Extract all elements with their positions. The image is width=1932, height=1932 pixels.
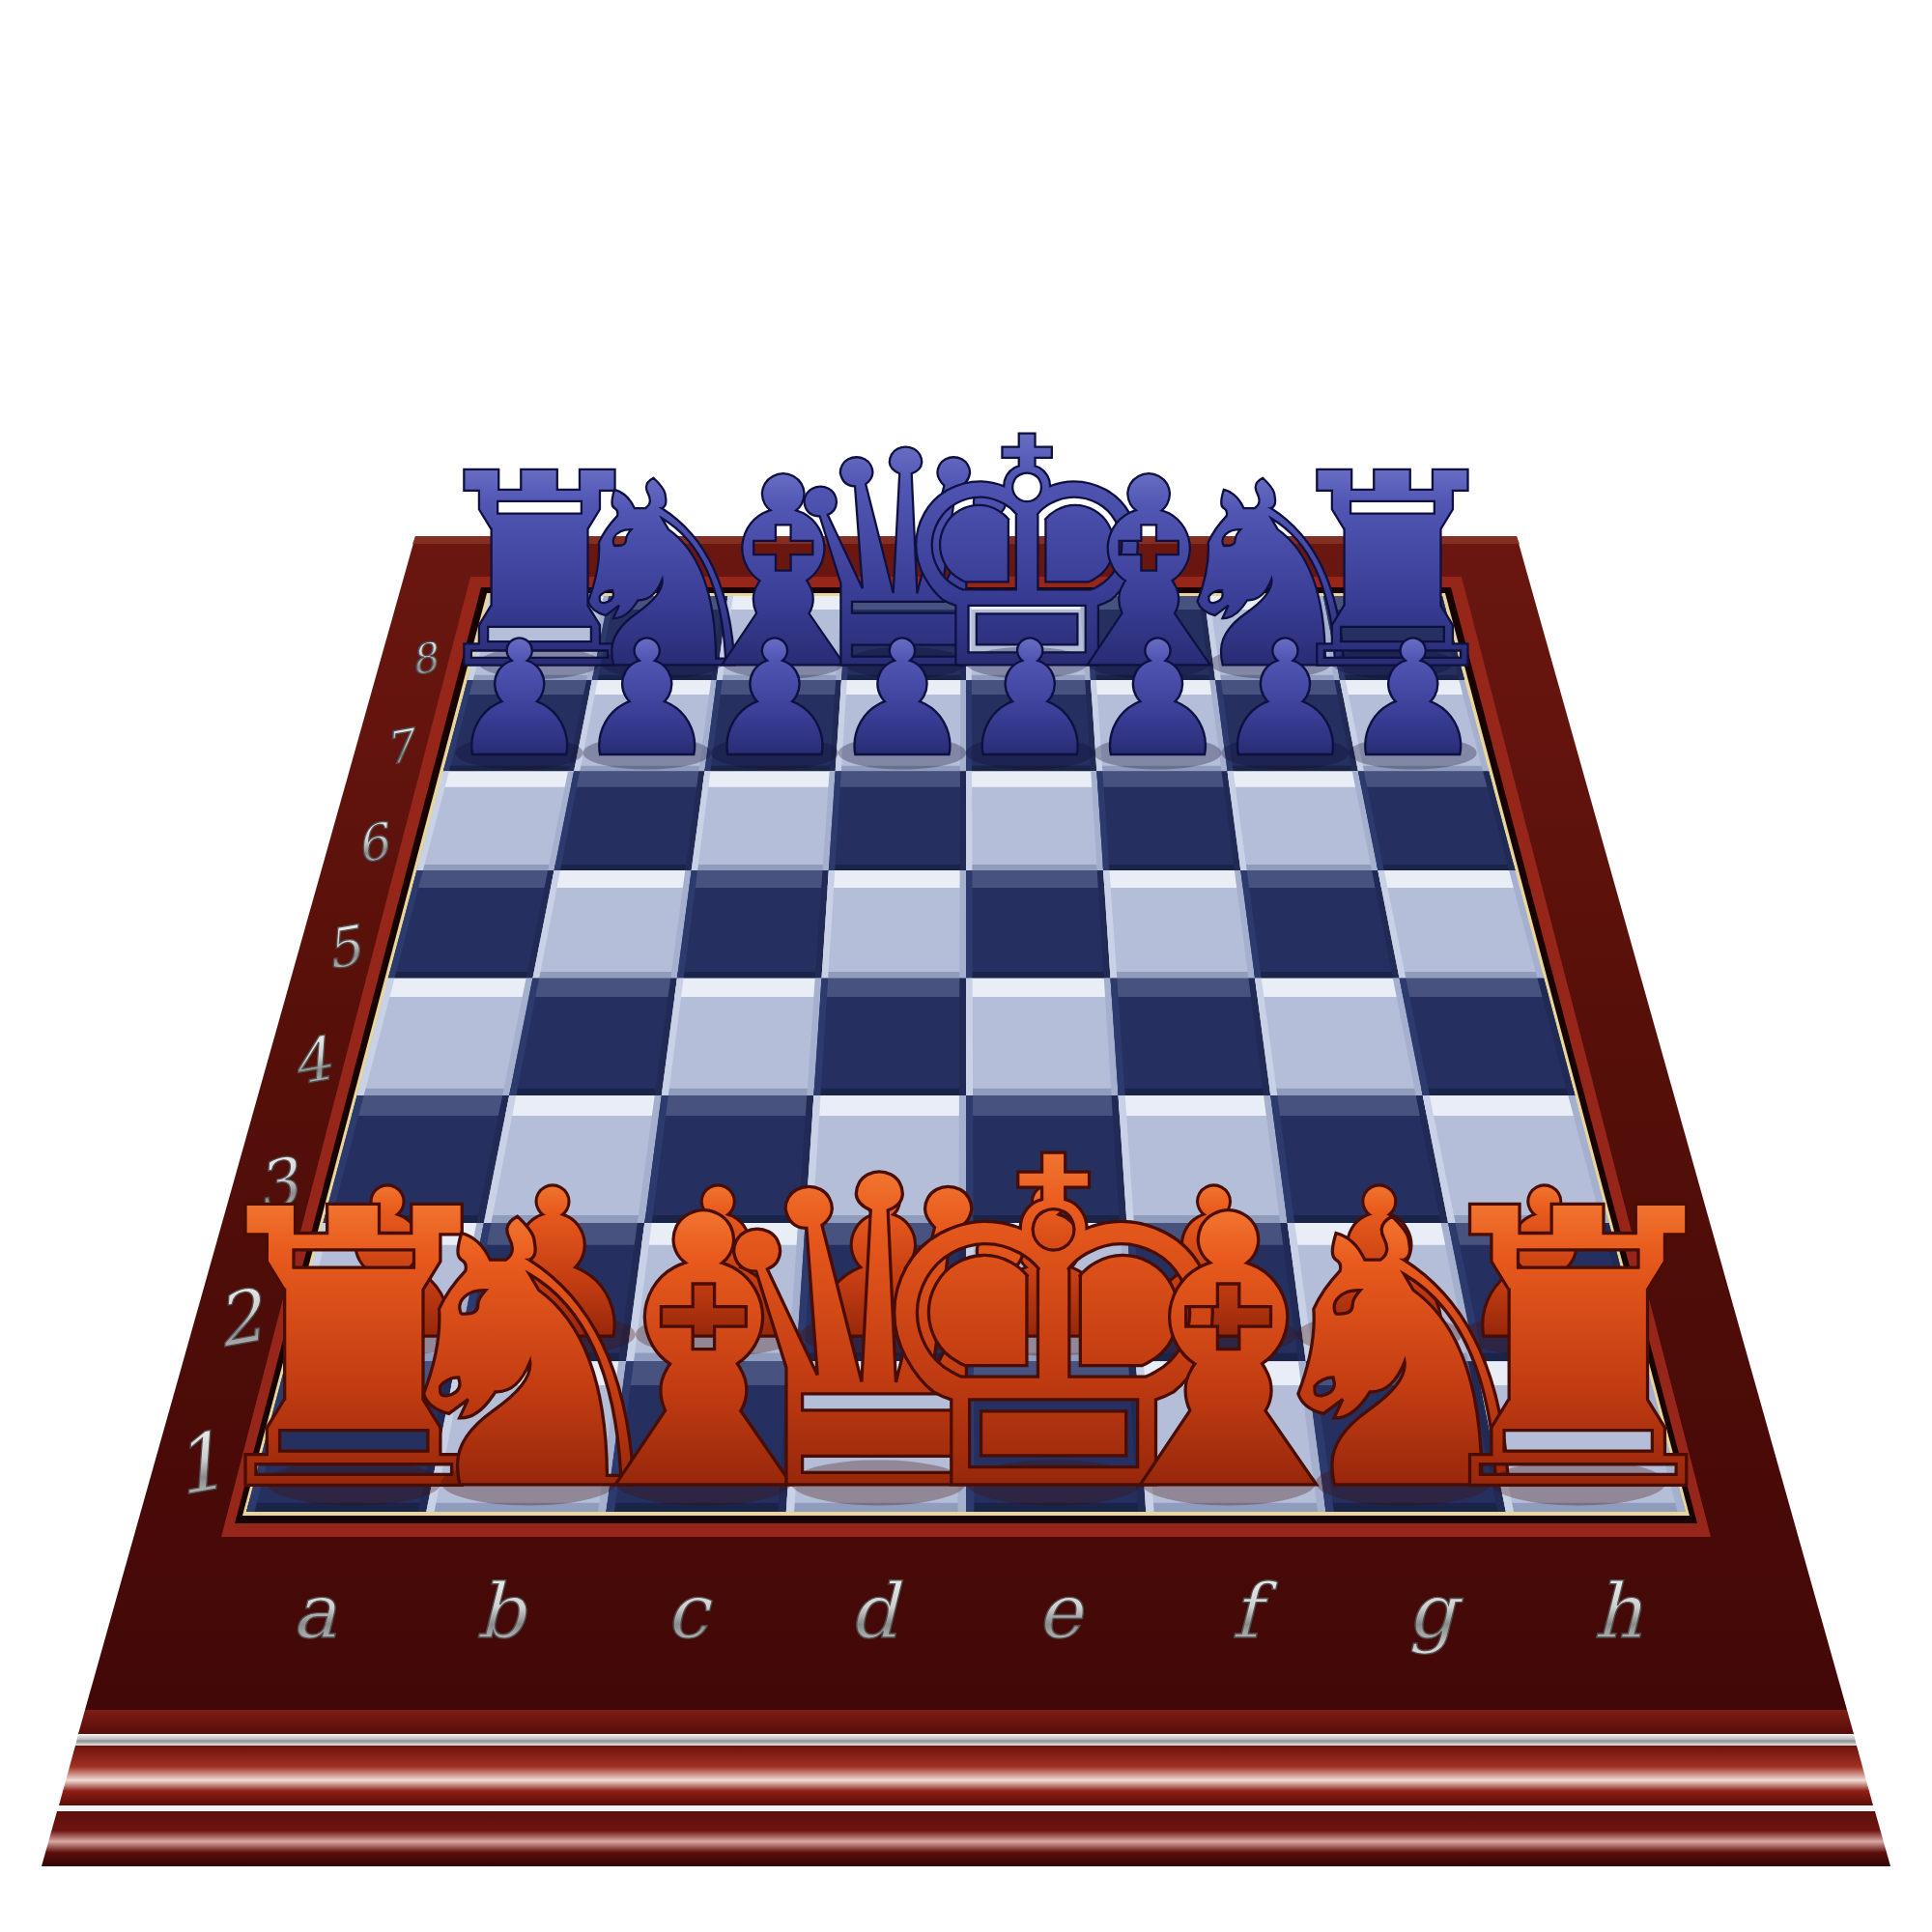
piece-blue-pawn-b7[interactable]: ♟: [576, 607, 719, 792]
square-g5[interactable]: [1240, 870, 1399, 979]
molding-gloss-band: [59, 1746, 1873, 1805]
piece-blue-pawn-c7[interactable]: ♟: [703, 607, 846, 792]
base-moldings: [42, 1710, 1890, 1866]
piece-blue-pawn-a7[interactable]: ♟: [447, 607, 590, 792]
square-e5[interactable]: [966, 870, 1111, 979]
molding-white-line: [57, 1805, 1875, 1811]
square-b4[interactable]: [509, 979, 677, 1095]
file-label-a: a: [292, 1568, 337, 1655]
piece-blue-pawn-g7[interactable]: ♟: [1213, 607, 1356, 792]
piece-red-rook-h1[interactable]: ♜: [1406, 1127, 1750, 1576]
chessboard-scene: abcdefgh87654321♜♞♝♛♚♝♞♜♟♟♟♟♟♟♟♟♟♟♟♟♟♟♟♟…: [0, 0, 1932, 1932]
piece-blue-pawn-e7[interactable]: ♟: [958, 607, 1101, 792]
file-label-b: b: [476, 1568, 528, 1655]
square-g4[interactable]: [1255, 979, 1423, 1095]
square-f5[interactable]: [1103, 870, 1255, 979]
chessboard: abcdefgh87654321♜♞♝♛♚♝♞♜♟♟♟♟♟♟♟♟♟♟♟♟♟♟♟♟…: [0, 0, 1932, 1932]
file-label-h: h: [1594, 1568, 1643, 1655]
molding-silver-stripe: [75, 1734, 1857, 1746]
square-c4[interactable]: [662, 979, 822, 1095]
square-b5[interactable]: [532, 870, 691, 979]
square-d5[interactable]: [822, 870, 967, 979]
square-a5[interactable]: [388, 870, 554, 979]
piece-blue-pawn-d7[interactable]: ♟: [831, 607, 974, 792]
molding-foot: [42, 1811, 1890, 1866]
molding-band: [78, 1710, 1854, 1734]
piece-blue-pawn-h7[interactable]: ♟: [1342, 607, 1485, 792]
square-c5[interactable]: [677, 870, 829, 979]
piece-blue-pawn-f7[interactable]: ♟: [1086, 607, 1229, 792]
file-label-g: g: [1407, 1568, 1463, 1655]
square-h5[interactable]: [1378, 870, 1544, 979]
